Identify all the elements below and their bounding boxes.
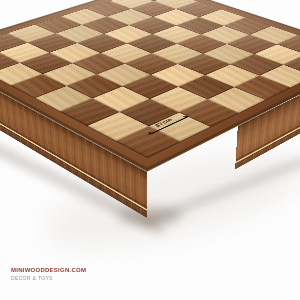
product-photo-canvas: 37cm MINIWOODDESIGN.COM DECOR & TOYS [0,0,300,300]
chess-board: 37cm [0,0,300,172]
watermark: MINIWOODDESIGN.COM DECOR & TOYS [11,267,86,281]
watermark-tagline: DECOR & TOYS [11,276,86,281]
watermark-brand: MINIWOODDESIGN.COM [11,267,86,273]
scene: 37cm [0,0,300,300]
